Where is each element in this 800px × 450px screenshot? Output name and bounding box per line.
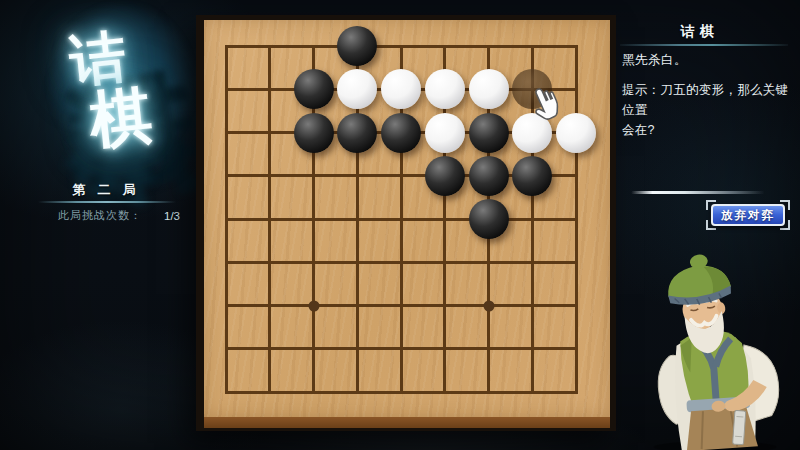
- black-stone: [294, 69, 334, 109]
- board-edge: [204, 417, 610, 428]
- black-stone: [337, 26, 377, 66]
- go-board: [196, 15, 616, 431]
- panel-title: 诘棋: [612, 23, 782, 41]
- white-stone: [425, 113, 465, 153]
- attempts-row: 此局挑战次数： 1/3: [58, 208, 180, 223]
- black-stone: [294, 113, 334, 153]
- light-streak-decoration: [631, 191, 765, 194]
- resign-button[interactable]: 放弃对弈: [711, 204, 785, 226]
- white-stone: [469, 69, 509, 109]
- black-stone: [469, 113, 509, 153]
- game-screen: 诘棋 诘棋 诘 棋 第二局 此局挑战次数： 1/3 诘棋 黑先杀白。 提示：刀五…: [0, 0, 800, 450]
- black-stone: [381, 113, 421, 153]
- white-stone: [425, 69, 465, 109]
- puzzle-logo-char-2: 棋: [86, 73, 156, 163]
- white-stone: [337, 69, 377, 109]
- npc-master-illustration: [628, 252, 800, 450]
- sidebar-divider: [38, 201, 176, 203]
- black-stone: [337, 113, 377, 153]
- round-label: 第二局: [0, 181, 208, 199]
- hint-text: 提示：刀五的变形，那么关键位置 会在?: [622, 80, 798, 140]
- attempts-label: 此局挑战次数：: [58, 208, 142, 223]
- panel-divider: [620, 44, 788, 46]
- board-grid[interactable]: [226, 46, 576, 392]
- hand-cursor: [529, 84, 563, 126]
- hint-line-1: 提示：刀五的变形，那么关键位置: [622, 80, 798, 120]
- objective-text: 黑先杀白。: [622, 52, 687, 69]
- black-stone: [425, 156, 465, 196]
- black-stone: [512, 156, 552, 196]
- go-board-surface[interactable]: [204, 20, 610, 417]
- black-stone: [469, 199, 509, 239]
- hint-line-2: 会在?: [622, 120, 798, 140]
- black-stone: [469, 156, 509, 196]
- star-point: [483, 300, 494, 311]
- attempts-value: 1/3: [164, 210, 180, 222]
- star-point: [308, 300, 319, 311]
- white-stone: [381, 69, 421, 109]
